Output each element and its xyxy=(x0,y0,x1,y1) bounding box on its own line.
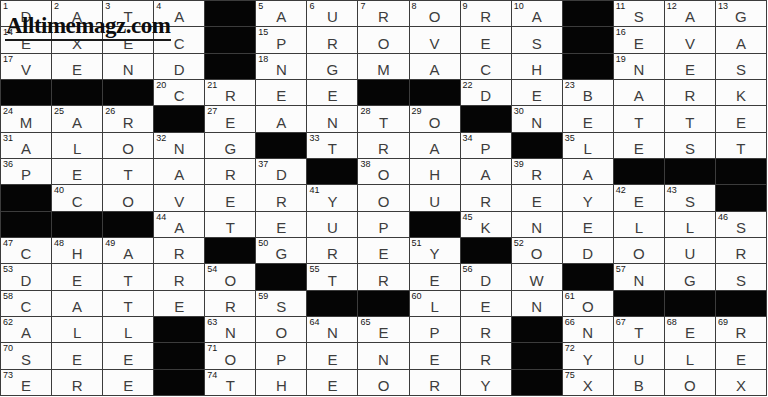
cell-r9c5[interactable]: 50G xyxy=(256,238,307,264)
black-cell-r8c8 xyxy=(410,212,461,238)
cell-letter: E xyxy=(665,62,715,77)
cell-letter: X xyxy=(563,378,613,393)
cell-r7c10[interactable]: E xyxy=(512,185,563,211)
cell-r6c9[interactable]: A xyxy=(461,159,512,185)
cell-r14c8[interactable]: R xyxy=(410,370,461,396)
black-cell-r0c11 xyxy=(563,1,614,27)
cell-r5c8[interactable]: A xyxy=(410,133,461,159)
cell-r8c13[interactable]: L xyxy=(665,212,716,238)
cell-r12c4[interactable]: 63N xyxy=(205,317,256,343)
cell-r3c10[interactable]: E xyxy=(512,80,563,106)
cell-letter: A xyxy=(103,246,153,261)
cell-letter: E xyxy=(410,273,460,288)
cell-r5c14[interactable]: T xyxy=(716,133,767,159)
cell-letter: S xyxy=(512,36,562,51)
cell-letter: Y xyxy=(461,378,511,393)
cell-letter: E xyxy=(52,62,102,77)
cell-letter: E xyxy=(256,220,306,235)
cell-letter: E xyxy=(512,88,562,103)
cell-r8c11[interactable]: E xyxy=(563,212,614,238)
cell-r14c0[interactable]: 73E xyxy=(1,370,52,396)
cell-r3c12[interactable]: A xyxy=(614,80,665,106)
cell-r5c6[interactable]: 33T xyxy=(307,133,358,159)
cell-letter: O xyxy=(205,273,255,288)
cell-letter: R xyxy=(358,273,408,288)
cell-r13c9[interactable]: R xyxy=(461,343,512,369)
cell-r4c4[interactable]: 27E xyxy=(205,106,256,132)
cell-r3c9[interactable]: 22D xyxy=(461,80,512,106)
cell-r14c13[interactable]: O xyxy=(665,370,716,396)
cell-letter: U xyxy=(665,246,715,261)
cell-letter: R xyxy=(716,325,766,340)
cell-r11c5[interactable]: 59S xyxy=(256,291,307,317)
cell-r7c13[interactable]: 43S xyxy=(665,185,716,211)
cell-r1c5[interactable]: 15P xyxy=(256,27,307,53)
cell-r9c0[interactable]: 47C xyxy=(1,238,52,264)
cell-r9c8[interactable]: 51Y xyxy=(410,238,461,264)
cell-r14c2[interactable]: E xyxy=(103,370,154,396)
black-cell-r7c0 xyxy=(1,185,52,211)
cell-letter: A xyxy=(1,325,51,340)
watermark: Alltimemagz.com xyxy=(5,14,171,41)
cell-r5c11[interactable]: 35L xyxy=(563,133,614,159)
cell-letter: A xyxy=(410,62,460,77)
cell-r8c12[interactable]: L xyxy=(614,212,665,238)
cell-letter: E xyxy=(563,115,613,130)
cell-letter: T xyxy=(103,273,153,288)
cell-r4c11[interactable]: E xyxy=(563,106,614,132)
cell-letter: N xyxy=(256,62,306,77)
cell-r7c7[interactable]: O xyxy=(358,185,409,211)
cell-letter: U xyxy=(307,9,357,24)
cell-letter: A xyxy=(154,220,204,235)
cell-r6c3[interactable]: A xyxy=(154,159,205,185)
cell-r2c2[interactable]: N xyxy=(103,54,154,80)
cell-r4c6[interactable]: N xyxy=(307,106,358,132)
cell-letter: R xyxy=(256,194,306,209)
cell-r5c2[interactable]: O xyxy=(103,133,154,159)
cell-letter: G xyxy=(205,141,255,156)
cell-r6c8[interactable]: H xyxy=(410,159,461,185)
cell-r14c5[interactable]: H xyxy=(256,370,307,396)
cell-r0c9[interactable]: 9R xyxy=(461,1,512,27)
cell-r1c8[interactable]: V xyxy=(410,27,461,53)
cell-letter: O xyxy=(358,194,408,209)
cell-letter: B xyxy=(563,88,613,103)
cell-r7c12[interactable]: 42E xyxy=(614,185,665,211)
cell-r8c14[interactable]: 46S xyxy=(716,212,767,238)
cell-r13c11[interactable]: 72Y xyxy=(563,343,614,369)
cell-letter: H xyxy=(512,62,562,77)
cell-r13c0[interactable]: 70S xyxy=(1,343,52,369)
cell-letter: T xyxy=(614,115,664,130)
cell-letter: L xyxy=(665,352,715,367)
cell-r14c11[interactable]: 75X xyxy=(563,370,614,396)
cell-r11c0[interactable]: 58C xyxy=(1,291,52,317)
cell-r12c2[interactable]: L xyxy=(103,317,154,343)
cell-r12c8[interactable]: P xyxy=(410,317,461,343)
cell-r2c5[interactable]: 18N xyxy=(256,54,307,80)
cell-r2c14[interactable]: S xyxy=(716,54,767,80)
cell-r11c11[interactable]: 61O xyxy=(563,291,614,317)
cell-r6c0[interactable]: 36P xyxy=(1,159,52,185)
cell-r7c8[interactable]: U xyxy=(410,185,461,211)
cell-letter: C xyxy=(1,299,51,314)
cell-r3c14[interactable]: K xyxy=(716,80,767,106)
cell-r14c1[interactable]: R xyxy=(52,370,103,396)
cell-letter: R xyxy=(205,167,255,182)
black-cell-r13c3 xyxy=(154,343,205,369)
black-cell-r2c4 xyxy=(205,54,256,80)
cell-letter: E xyxy=(103,352,153,367)
cell-letter: E xyxy=(307,378,357,393)
cell-r11c8[interactable]: 60L xyxy=(410,291,461,317)
cell-r3c6[interactable]: E xyxy=(307,80,358,106)
cell-r10c14[interactable]: S xyxy=(716,264,767,290)
cell-letter: H xyxy=(256,378,306,393)
cell-r11c3[interactable]: E xyxy=(154,291,205,317)
cell-r12c5[interactable]: O xyxy=(256,317,307,343)
cell-letter: A xyxy=(256,9,306,24)
cell-letter: P xyxy=(410,325,460,340)
cell-r5c12[interactable]: E xyxy=(614,133,665,159)
cell-r5c1[interactable]: L xyxy=(52,133,103,159)
cell-r2c7[interactable]: M xyxy=(358,54,409,80)
cell-r5c3[interactable]: 32N xyxy=(154,133,205,159)
cell-r7c5[interactable]: R xyxy=(256,185,307,211)
cell-letter: Y xyxy=(563,194,613,209)
cell-r9c14[interactable]: R xyxy=(716,238,767,264)
cell-r13c8[interactable]: E xyxy=(410,343,461,369)
cell-r11c9[interactable]: E xyxy=(461,291,512,317)
cell-r14c7[interactable]: O xyxy=(358,370,409,396)
cell-letter: S xyxy=(716,62,766,77)
cell-r10c13[interactable]: G xyxy=(665,264,716,290)
cell-letter: L xyxy=(52,141,102,156)
cell-r10c8[interactable]: E xyxy=(410,264,461,290)
cell-letter: U xyxy=(410,194,460,209)
black-cell-r5c5 xyxy=(256,133,307,159)
cell-r6c10[interactable]: 39R xyxy=(512,159,563,185)
cell-r9c1[interactable]: 48H xyxy=(52,238,103,264)
cell-r7c3[interactable]: V xyxy=(154,185,205,211)
cell-r10c6[interactable]: 55T xyxy=(307,264,358,290)
black-cell-r3c1 xyxy=(52,80,103,106)
cell-r11c1[interactable]: A xyxy=(52,291,103,317)
cell-r13c13[interactable]: L xyxy=(665,343,716,369)
cell-r7c1[interactable]: 40C xyxy=(52,185,103,211)
cell-r9c10[interactable]: 52O xyxy=(512,238,563,264)
cell-r6c11[interactable]: A xyxy=(563,159,614,185)
cell-r12c0[interactable]: 62A xyxy=(1,317,52,343)
cell-letter: N xyxy=(614,62,664,77)
cell-r7c9[interactable]: R xyxy=(461,185,512,211)
cell-r5c9[interactable]: 34P xyxy=(461,133,512,159)
cell-letter: D xyxy=(154,62,204,77)
cell-letter: T xyxy=(103,167,153,182)
cell-r8c7[interactable]: P xyxy=(358,212,409,238)
cell-r14c4[interactable]: 74T xyxy=(205,370,256,396)
cell-r12c6[interactable]: 64N xyxy=(307,317,358,343)
cell-letter: R xyxy=(205,88,255,103)
cell-r11c2[interactable]: T xyxy=(103,291,154,317)
cell-letter: O xyxy=(256,325,306,340)
cell-r10c12[interactable]: 57N xyxy=(614,264,665,290)
cell-r2c0[interactable]: 17V xyxy=(1,54,52,80)
black-cell-r4c9 xyxy=(461,106,512,132)
black-cell-r8c1 xyxy=(52,212,103,238)
cell-letter: A xyxy=(461,167,511,182)
cell-r4c1[interactable]: 25A xyxy=(52,106,103,132)
cell-letter: R xyxy=(512,167,562,182)
cell-r14c9[interactable]: Y xyxy=(461,370,512,396)
cell-r10c4[interactable]: 54O xyxy=(205,264,256,290)
cell-r13c1[interactable]: E xyxy=(52,343,103,369)
cell-r9c3[interactable]: R xyxy=(154,238,205,264)
cell-letter: S xyxy=(614,9,664,24)
cell-r4c0[interactable]: 24M xyxy=(1,106,52,132)
black-cell-r3c7 xyxy=(358,80,409,106)
cell-r13c5[interactable]: P xyxy=(256,343,307,369)
black-cell-r11c13 xyxy=(665,291,716,317)
black-cell-r0c4 xyxy=(205,1,256,27)
cell-r3c13[interactable]: R xyxy=(665,80,716,106)
black-cell-r7c14 xyxy=(716,185,767,211)
cell-letter: E xyxy=(154,299,204,314)
black-cell-r9c9 xyxy=(461,238,512,264)
cell-r1c14[interactable]: A xyxy=(716,27,767,53)
cell-letter: G xyxy=(307,62,357,77)
cell-r4c5[interactable]: A xyxy=(256,106,307,132)
black-cell-r6c13 xyxy=(665,159,716,185)
cell-letter: S xyxy=(716,273,766,288)
cell-letter: Y xyxy=(563,352,613,367)
cell-r6c1[interactable]: E xyxy=(52,159,103,185)
black-cell-r11c6 xyxy=(307,291,358,317)
cell-r10c7[interactable]: R xyxy=(358,264,409,290)
cell-letter: T xyxy=(716,141,766,156)
cell-r13c14[interactable]: E xyxy=(716,343,767,369)
cell-letter: N xyxy=(512,220,562,235)
cell-letter: Y xyxy=(410,246,460,261)
cell-r5c4[interactable]: G xyxy=(205,133,256,159)
cell-letter: O xyxy=(103,194,153,209)
cell-r1c13[interactable]: V xyxy=(665,27,716,53)
cell-r9c12[interactable]: O xyxy=(614,238,665,264)
cell-r5c13[interactable]: S xyxy=(665,133,716,159)
cell-r9c2[interactable]: 49A xyxy=(103,238,154,264)
cell-r11c4[interactable]: R xyxy=(205,291,256,317)
cell-r13c4[interactable]: 71O xyxy=(205,343,256,369)
cell-letter: S xyxy=(665,141,715,156)
cell-r12c9[interactable]: R xyxy=(461,317,512,343)
cell-r10c3[interactable]: R xyxy=(154,264,205,290)
cell-letter: V xyxy=(154,194,204,209)
black-cell-r11c7 xyxy=(358,291,409,317)
cell-r1c12[interactable]: 16E xyxy=(614,27,665,53)
cell-letter: E xyxy=(52,167,102,182)
cell-r9c13[interactable]: U xyxy=(665,238,716,264)
cell-r2c10[interactable]: H xyxy=(512,54,563,80)
cell-r6c5[interactable]: 37D xyxy=(256,159,307,185)
cell-letter: A xyxy=(52,115,102,130)
cell-r2c1[interactable]: E xyxy=(52,54,103,80)
cell-r0c12[interactable]: 11S xyxy=(614,1,665,27)
cell-r6c2[interactable]: T xyxy=(103,159,154,185)
cell-r3c4[interactable]: 21R xyxy=(205,80,256,106)
cell-r8c5[interactable]: E xyxy=(256,212,307,238)
cell-r5c7[interactable]: R xyxy=(358,133,409,159)
black-cell-r11c14 xyxy=(716,291,767,317)
cell-r0c10[interactable]: 10A xyxy=(512,1,563,27)
cell-letter: E xyxy=(410,352,460,367)
cell-letter: T xyxy=(307,273,357,288)
cell-letter: D xyxy=(461,273,511,288)
cell-r14c6[interactable]: E xyxy=(307,370,358,396)
cell-r9c11[interactable]: D xyxy=(563,238,614,264)
cell-r8c4[interactable]: T xyxy=(205,212,256,238)
cell-letter: O xyxy=(614,246,664,261)
cell-letter: A xyxy=(256,115,306,130)
black-cell-r3c2 xyxy=(103,80,154,106)
black-cell-r10c11 xyxy=(563,264,614,290)
cell-r2c3[interactable]: D xyxy=(154,54,205,80)
cell-r6c7[interactable]: 38O xyxy=(358,159,409,185)
cell-r13c2[interactable]: E xyxy=(103,343,154,369)
cell-r7c2[interactable]: O xyxy=(103,185,154,211)
cell-r0c8[interactable]: 8O xyxy=(410,1,461,27)
cell-r12c14[interactable]: 69R xyxy=(716,317,767,343)
cell-r4c12[interactable]: T xyxy=(614,106,665,132)
cell-letter: N xyxy=(307,325,357,340)
cell-letter: R xyxy=(461,352,511,367)
cell-r4c8[interactable]: 29O xyxy=(410,106,461,132)
cell-r1c6[interactable]: R xyxy=(307,27,358,53)
cell-letter: R xyxy=(307,246,357,261)
cell-r7c11[interactable]: Y xyxy=(563,185,614,211)
cell-r9c7[interactable]: E xyxy=(358,238,409,264)
cell-r12c12[interactable]: 67T xyxy=(614,317,665,343)
black-cell-r10c5 xyxy=(256,264,307,290)
cell-letter: O xyxy=(665,378,715,393)
black-cell-r2c11 xyxy=(563,54,614,80)
cell-r4c7[interactable]: 28T xyxy=(358,106,409,132)
cell-r8c3[interactable]: 44A xyxy=(154,212,205,238)
cell-letter: O xyxy=(563,299,613,314)
cell-letter: L xyxy=(665,220,715,235)
cell-r12c1[interactable]: L xyxy=(52,317,103,343)
cell-r8c9[interactable]: 45K xyxy=(461,212,512,238)
cell-r10c1[interactable]: E xyxy=(52,264,103,290)
cell-r0c14[interactable]: 13G xyxy=(716,1,767,27)
cell-r12c7[interactable]: 65E xyxy=(358,317,409,343)
cell-r4c13[interactable]: T xyxy=(665,106,716,132)
cell-letter: P xyxy=(461,141,511,156)
cell-r1c9[interactable]: E xyxy=(461,27,512,53)
cell-letter: V xyxy=(410,36,460,51)
cell-r0c6[interactable]: 6U xyxy=(307,1,358,27)
cell-r1c10[interactable]: S xyxy=(512,27,563,53)
cell-r10c10[interactable]: W xyxy=(512,264,563,290)
cell-letter: R xyxy=(410,378,460,393)
cell-r10c2[interactable]: T xyxy=(103,264,154,290)
cell-r4c10[interactable]: 30N xyxy=(512,106,563,132)
cell-r14c12[interactable]: B xyxy=(614,370,665,396)
black-cell-r6c12 xyxy=(614,159,665,185)
cell-r10c0[interactable]: 53D xyxy=(1,264,52,290)
cell-letter: T xyxy=(614,325,664,340)
cell-r0c13[interactable]: 12A xyxy=(665,1,716,27)
cell-letter: V xyxy=(1,62,51,77)
cell-letter: H xyxy=(52,246,102,261)
cell-letter: S xyxy=(1,352,51,367)
cell-letter: A xyxy=(563,167,613,182)
cell-r2c12[interactable]: 19N xyxy=(614,54,665,80)
cell-r13c6[interactable]: E xyxy=(307,343,358,369)
cell-letter: L xyxy=(410,299,460,314)
cell-r2c6[interactable]: G xyxy=(307,54,358,80)
cell-letter: T xyxy=(358,115,408,130)
cell-r10c9[interactable]: 56D xyxy=(461,264,512,290)
cell-r12c13[interactable]: 68E xyxy=(665,317,716,343)
cell-letter: D xyxy=(563,246,613,261)
cell-letter: R xyxy=(461,194,511,209)
black-cell-r8c2 xyxy=(103,212,154,238)
cell-r4c2[interactable]: 26R xyxy=(103,106,154,132)
cell-letter: E xyxy=(307,88,357,103)
cell-letter: V xyxy=(665,36,715,51)
cell-letter: O xyxy=(358,36,408,51)
cell-r6c4[interactable]: R xyxy=(205,159,256,185)
cell-letter: E xyxy=(665,325,715,340)
cell-letter: O xyxy=(358,167,408,182)
cell-r13c7[interactable]: N xyxy=(358,343,409,369)
cell-r3c11[interactable]: 23B xyxy=(563,80,614,106)
cell-letter: O xyxy=(410,9,460,24)
cell-r12c11[interactable]: 66N xyxy=(563,317,614,343)
cell-letter: S xyxy=(256,299,306,314)
cell-r4c14[interactable]: E xyxy=(716,106,767,132)
cell-r8c6[interactable]: U xyxy=(307,212,358,238)
cell-letter: T xyxy=(205,378,255,393)
crossword-grid: 1D2A3T4A5A6U7R8O9R10A11S12A13G14EXEC15PR… xyxy=(0,0,767,396)
cell-letter: S xyxy=(665,194,715,209)
cell-r2c13[interactable]: E xyxy=(665,54,716,80)
cell-r2c8[interactable]: A xyxy=(410,54,461,80)
cell-r13c12[interactable]: U xyxy=(614,343,665,369)
cell-r14c14[interactable]: X xyxy=(716,370,767,396)
crossword-board: 1D2A3T4A5A6U7R8O9R10A11S12A13G14EXEC15PR… xyxy=(0,0,768,397)
cell-r9c6[interactable]: R xyxy=(307,238,358,264)
cell-letter: C xyxy=(461,62,511,77)
cell-r2c9[interactable]: C xyxy=(461,54,512,80)
cell-r3c5[interactable]: E xyxy=(256,80,307,106)
cell-r3c3[interactable]: 20C xyxy=(154,80,205,106)
cell-r8c10[interactable]: N xyxy=(512,212,563,238)
cell-letter: E xyxy=(614,194,664,209)
cell-r0c5[interactable]: 5A xyxy=(256,1,307,27)
cell-r7c4[interactable]: E xyxy=(205,185,256,211)
cell-r11c10[interactable]: N xyxy=(512,291,563,317)
cell-r1c7[interactable]: O xyxy=(358,27,409,53)
cell-r0c7[interactable]: 7R xyxy=(358,1,409,27)
cell-r7c6[interactable]: 41Y xyxy=(307,185,358,211)
cell-r5c0[interactable]: 31A xyxy=(1,133,52,159)
cell-letter: C xyxy=(1,246,51,261)
black-cell-r6c14 xyxy=(716,159,767,185)
cell-letter: P xyxy=(1,167,51,182)
cell-letter: D xyxy=(256,167,306,182)
